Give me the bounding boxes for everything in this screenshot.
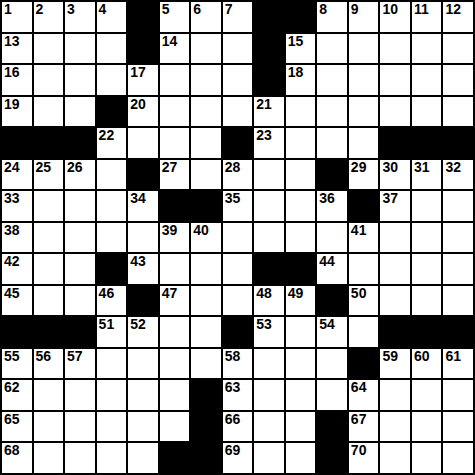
clue-number-64: 64 bbox=[351, 380, 367, 395]
clue-number-40: 40 bbox=[193, 223, 209, 238]
crossword-grid: 1234567891011121314151617181920212223242… bbox=[0, 0, 475, 475]
clue-number-57: 57 bbox=[67, 349, 83, 364]
clue-number-43: 43 bbox=[130, 254, 146, 269]
black-cell-r4c7 bbox=[223, 128, 253, 158]
cell-r8c5[interactable] bbox=[160, 254, 190, 284]
cell-r8c7[interactable] bbox=[223, 254, 253, 284]
cell-r3c9[interactable] bbox=[286, 97, 316, 127]
black-cell-r1c4 bbox=[128, 34, 158, 64]
cell-r12c2[interactable] bbox=[65, 380, 95, 410]
black-cell-r4c14 bbox=[443, 128, 473, 158]
cell-r9c8[interactable]: 48 bbox=[254, 286, 284, 316]
cell-r2c9[interactable]: 18 bbox=[286, 65, 316, 95]
cell-r7c10[interactable] bbox=[317, 223, 347, 253]
clue-number-49: 49 bbox=[288, 286, 304, 301]
cell-r0c5[interactable]: 5 bbox=[160, 2, 190, 32]
clue-number-38: 38 bbox=[4, 223, 20, 238]
black-cell-r4c1 bbox=[34, 128, 64, 158]
cell-r2c1[interactable] bbox=[34, 65, 64, 95]
cell-r11c10[interactable] bbox=[317, 349, 347, 379]
black-cell-r2c8 bbox=[254, 65, 284, 95]
cell-r11c2[interactable]: 57 bbox=[65, 349, 95, 379]
cell-r2c12[interactable] bbox=[380, 65, 410, 95]
clue-number-16: 16 bbox=[4, 65, 20, 80]
clue-number-54: 54 bbox=[319, 317, 335, 332]
black-cell-r12c6 bbox=[191, 380, 221, 410]
cell-r0c12[interactable]: 10 bbox=[380, 2, 410, 32]
cell-r2c13[interactable] bbox=[412, 65, 442, 95]
cell-r5c9[interactable] bbox=[286, 160, 316, 190]
cell-r14c11[interactable]: 70 bbox=[349, 443, 379, 473]
cell-r8c1[interactable] bbox=[34, 254, 64, 284]
cell-r3c12[interactable] bbox=[380, 97, 410, 127]
clue-number-15: 15 bbox=[288, 34, 304, 49]
black-cell-r6c6 bbox=[191, 191, 221, 221]
black-cell-r4c13 bbox=[412, 128, 442, 158]
cell-r1c10[interactable] bbox=[317, 34, 347, 64]
cell-r1c1[interactable] bbox=[34, 34, 64, 64]
clue-number-20: 20 bbox=[130, 97, 146, 112]
clue-number-24: 24 bbox=[4, 160, 20, 175]
cell-r6c8[interactable] bbox=[254, 191, 284, 221]
clue-number-58: 58 bbox=[225, 349, 241, 364]
black-cell-r14c5 bbox=[160, 443, 190, 473]
cell-r10c5[interactable] bbox=[160, 317, 190, 347]
cell-r11c8[interactable] bbox=[254, 349, 284, 379]
clue-number-48: 48 bbox=[256, 286, 272, 301]
cell-r12c0[interactable]: 62 bbox=[2, 380, 32, 410]
cell-r10c10[interactable]: 54 bbox=[317, 317, 347, 347]
clue-number-9: 9 bbox=[351, 2, 359, 17]
cell-r0c14[interactable]: 12 bbox=[443, 2, 473, 32]
cell-r2c11[interactable] bbox=[349, 65, 379, 95]
clue-number-32: 32 bbox=[445, 160, 461, 175]
cell-r1c11[interactable] bbox=[349, 34, 379, 64]
clue-number-59: 59 bbox=[382, 349, 398, 364]
cell-r14c2[interactable] bbox=[65, 443, 95, 473]
cell-r2c4[interactable]: 17 bbox=[128, 65, 158, 95]
cell-r13c12[interactable] bbox=[380, 412, 410, 442]
black-cell-r6c11 bbox=[349, 191, 379, 221]
cell-r11c6[interactable] bbox=[191, 349, 221, 379]
cell-r7c13[interactable] bbox=[412, 223, 442, 253]
clue-number-56: 56 bbox=[36, 349, 52, 364]
cell-r13c11[interactable]: 67 bbox=[349, 412, 379, 442]
cell-r12c9[interactable] bbox=[286, 380, 316, 410]
black-cell-r14c6 bbox=[191, 443, 221, 473]
clue-number-31: 31 bbox=[414, 160, 430, 175]
clue-number-63: 63 bbox=[225, 380, 241, 395]
cell-r6c1[interactable] bbox=[34, 191, 64, 221]
cell-r2c2[interactable] bbox=[65, 65, 95, 95]
cell-r7c6[interactable]: 40 bbox=[191, 223, 221, 253]
cell-r14c3[interactable] bbox=[97, 443, 127, 473]
cell-r8c2[interactable] bbox=[65, 254, 95, 284]
clue-number-23: 23 bbox=[256, 128, 272, 143]
clue-number-11: 11 bbox=[414, 2, 429, 17]
cell-r3c14[interactable] bbox=[443, 97, 473, 127]
clue-number-42: 42 bbox=[4, 254, 20, 269]
cell-r7c8[interactable] bbox=[254, 223, 284, 253]
cell-r1c9[interactable]: 15 bbox=[286, 34, 316, 64]
cell-r3c13[interactable] bbox=[412, 97, 442, 127]
cell-r12c12[interactable] bbox=[380, 380, 410, 410]
cell-r9c3[interactable]: 46 bbox=[97, 286, 127, 316]
cell-r0c6[interactable]: 6 bbox=[191, 2, 221, 32]
cell-r6c14[interactable] bbox=[443, 191, 473, 221]
cell-r11c13[interactable]: 60 bbox=[412, 349, 442, 379]
cell-r2c14[interactable] bbox=[443, 65, 473, 95]
cell-r12c8[interactable] bbox=[254, 380, 284, 410]
cell-r5c13[interactable]: 31 bbox=[412, 160, 442, 190]
cell-r12c10[interactable] bbox=[317, 380, 347, 410]
black-cell-r14c10 bbox=[317, 443, 347, 473]
cell-r12c4[interactable] bbox=[128, 380, 158, 410]
cell-r11c7[interactable]: 58 bbox=[223, 349, 253, 379]
clue-number-22: 22 bbox=[99, 128, 115, 143]
cell-r12c5[interactable] bbox=[160, 380, 190, 410]
clue-number-25: 25 bbox=[36, 160, 52, 175]
cell-r13c0[interactable]: 65 bbox=[2, 412, 32, 442]
cell-r8c13[interactable] bbox=[412, 254, 442, 284]
clue-number-6: 6 bbox=[193, 2, 201, 17]
black-cell-r8c9 bbox=[286, 254, 316, 284]
cell-r14c8[interactable] bbox=[254, 443, 284, 473]
cell-r4c10[interactable] bbox=[317, 128, 347, 158]
cell-r9c1[interactable] bbox=[34, 286, 64, 316]
black-cell-r10c12 bbox=[380, 317, 410, 347]
cell-r8c6[interactable] bbox=[191, 254, 221, 284]
cell-r7c5[interactable]: 39 bbox=[160, 223, 190, 253]
black-cell-r9c10 bbox=[317, 286, 347, 316]
black-cell-r8c3 bbox=[97, 254, 127, 284]
clue-number-7: 7 bbox=[225, 2, 233, 17]
black-cell-r0c9 bbox=[286, 2, 316, 32]
cell-r8c12[interactable] bbox=[380, 254, 410, 284]
cell-r10c11[interactable] bbox=[349, 317, 379, 347]
black-cell-r10c2 bbox=[65, 317, 95, 347]
clue-number-4: 4 bbox=[99, 2, 107, 17]
cell-r11c0[interactable]: 55 bbox=[2, 349, 32, 379]
cell-r6c4[interactable]: 34 bbox=[128, 191, 158, 221]
cell-r8c0[interactable]: 42 bbox=[2, 254, 32, 284]
cell-r14c7[interactable]: 69 bbox=[223, 443, 253, 473]
clue-number-44: 44 bbox=[319, 254, 335, 269]
cell-r4c9[interactable] bbox=[286, 128, 316, 158]
black-cell-r6c5 bbox=[160, 191, 190, 221]
clue-number-18: 18 bbox=[288, 65, 304, 80]
black-cell-r5c10 bbox=[317, 160, 347, 190]
clue-number-27: 27 bbox=[162, 160, 178, 175]
cell-r3c6[interactable] bbox=[191, 97, 221, 127]
cell-r0c2[interactable]: 3 bbox=[65, 2, 95, 32]
black-cell-r9c4 bbox=[128, 286, 158, 316]
clue-number-70: 70 bbox=[351, 443, 367, 458]
cell-r3c7[interactable] bbox=[223, 97, 253, 127]
clue-number-68: 68 bbox=[4, 443, 20, 458]
clue-number-8: 8 bbox=[319, 2, 327, 17]
cell-r1c7[interactable] bbox=[223, 34, 253, 64]
cell-r10c3[interactable]: 51 bbox=[97, 317, 127, 347]
cell-r4c3[interactable]: 22 bbox=[97, 128, 127, 158]
clue-number-62: 62 bbox=[4, 380, 20, 395]
cell-r4c8[interactable]: 23 bbox=[254, 128, 284, 158]
cell-r10c6[interactable] bbox=[191, 317, 221, 347]
cell-r13c4[interactable] bbox=[128, 412, 158, 442]
cell-r5c6[interactable] bbox=[191, 160, 221, 190]
black-cell-r10c13 bbox=[412, 317, 442, 347]
cell-r10c9[interactable] bbox=[286, 317, 316, 347]
cell-r4c4[interactable] bbox=[128, 128, 158, 158]
cell-r12c1[interactable] bbox=[34, 380, 64, 410]
cell-r6c10[interactable]: 36 bbox=[317, 191, 347, 221]
clue-number-47: 47 bbox=[162, 286, 178, 301]
clue-number-61: 61 bbox=[445, 349, 461, 364]
clue-number-67: 67 bbox=[351, 412, 367, 427]
cell-r14c12[interactable] bbox=[380, 443, 410, 473]
cell-r1c14[interactable] bbox=[443, 34, 473, 64]
cell-r11c12[interactable]: 59 bbox=[380, 349, 410, 379]
clue-number-1: 1 bbox=[4, 2, 12, 17]
clue-number-29: 29 bbox=[351, 160, 367, 175]
clue-number-12: 12 bbox=[445, 2, 461, 17]
cell-r11c14[interactable]: 61 bbox=[443, 349, 473, 379]
cell-r7c1[interactable] bbox=[34, 223, 64, 253]
cell-r5c7[interactable]: 28 bbox=[223, 160, 253, 190]
black-cell-r0c4 bbox=[128, 2, 158, 32]
cell-r7c11[interactable]: 41 bbox=[349, 223, 379, 253]
cell-r13c1[interactable] bbox=[34, 412, 64, 442]
black-cell-r4c0 bbox=[2, 128, 32, 158]
clue-number-30: 30 bbox=[382, 160, 398, 175]
cell-r10c8[interactable]: 53 bbox=[254, 317, 284, 347]
cell-r5c1[interactable]: 25 bbox=[34, 160, 64, 190]
cell-r7c7[interactable] bbox=[223, 223, 253, 253]
cell-r3c8[interactable]: 21 bbox=[254, 97, 284, 127]
clue-number-2: 2 bbox=[36, 2, 44, 17]
clue-number-26: 26 bbox=[67, 160, 83, 175]
cell-r9c14[interactable] bbox=[443, 286, 473, 316]
cell-r1c13[interactable] bbox=[412, 34, 442, 64]
cell-r8c11[interactable] bbox=[349, 254, 379, 284]
cell-r7c12[interactable] bbox=[380, 223, 410, 253]
clue-number-65: 65 bbox=[4, 412, 20, 427]
clue-number-41: 41 bbox=[351, 223, 367, 238]
black-cell-r13c6 bbox=[191, 412, 221, 442]
cell-r1c2[interactable] bbox=[65, 34, 95, 64]
cell-r11c1[interactable]: 56 bbox=[34, 349, 64, 379]
cell-r11c9[interactable] bbox=[286, 349, 316, 379]
clue-number-52: 52 bbox=[130, 317, 146, 332]
cell-r3c4[interactable]: 20 bbox=[128, 97, 158, 127]
cell-r6c13[interactable] bbox=[412, 191, 442, 221]
cell-r13c8[interactable] bbox=[254, 412, 284, 442]
clue-number-28: 28 bbox=[225, 160, 241, 175]
cell-r13c9[interactable] bbox=[286, 412, 316, 442]
clue-number-46: 46 bbox=[99, 286, 115, 301]
clue-number-17: 17 bbox=[130, 65, 146, 80]
cell-r5c3[interactable] bbox=[97, 160, 127, 190]
clue-number-36: 36 bbox=[319, 191, 335, 206]
cell-r13c2[interactable] bbox=[65, 412, 95, 442]
clue-number-51: 51 bbox=[99, 317, 115, 332]
black-cell-r1c8 bbox=[254, 34, 284, 64]
cell-r2c3[interactable] bbox=[97, 65, 127, 95]
cell-r8c10[interactable]: 44 bbox=[317, 254, 347, 284]
cell-r13c5[interactable] bbox=[160, 412, 190, 442]
cell-r9c13[interactable] bbox=[412, 286, 442, 316]
cell-r9c6[interactable] bbox=[191, 286, 221, 316]
cell-r11c4[interactable] bbox=[128, 349, 158, 379]
clue-number-21: 21 bbox=[256, 97, 272, 112]
black-cell-r8c8 bbox=[254, 254, 284, 284]
clue-number-33: 33 bbox=[4, 191, 20, 206]
cell-r0c7[interactable]: 7 bbox=[223, 2, 253, 32]
clue-number-10: 10 bbox=[382, 2, 398, 17]
cell-r0c11[interactable]: 9 bbox=[349, 2, 379, 32]
cell-r5c5[interactable]: 27 bbox=[160, 160, 190, 190]
cell-r12c7[interactable]: 63 bbox=[223, 380, 253, 410]
black-cell-r11c11 bbox=[349, 349, 379, 379]
black-cell-r10c1 bbox=[34, 317, 64, 347]
cell-r2c6[interactable] bbox=[191, 65, 221, 95]
black-cell-r10c0 bbox=[2, 317, 32, 347]
cell-r11c3[interactable] bbox=[97, 349, 127, 379]
cell-r5c11[interactable]: 29 bbox=[349, 160, 379, 190]
cell-r5c14[interactable]: 32 bbox=[443, 160, 473, 190]
black-cell-r5c4 bbox=[128, 160, 158, 190]
cell-r4c11[interactable] bbox=[349, 128, 379, 158]
cell-r6c9[interactable] bbox=[286, 191, 316, 221]
cell-r4c5[interactable] bbox=[160, 128, 190, 158]
black-cell-r0c8 bbox=[254, 2, 284, 32]
cell-r2c5[interactable] bbox=[160, 65, 190, 95]
cell-r5c12[interactable]: 30 bbox=[380, 160, 410, 190]
cell-r14c13[interactable] bbox=[412, 443, 442, 473]
cell-r7c14[interactable] bbox=[443, 223, 473, 253]
cell-r4c6[interactable] bbox=[191, 128, 221, 158]
black-cell-r10c14 bbox=[443, 317, 473, 347]
cell-r14c9[interactable] bbox=[286, 443, 316, 473]
clue-number-55: 55 bbox=[4, 349, 20, 364]
cell-r9c5[interactable]: 47 bbox=[160, 286, 190, 316]
cell-r7c2[interactable] bbox=[65, 223, 95, 253]
cell-r5c8[interactable] bbox=[254, 160, 284, 190]
clue-number-66: 66 bbox=[225, 412, 241, 427]
cell-r10c4[interactable]: 52 bbox=[128, 317, 158, 347]
cell-r3c5[interactable] bbox=[160, 97, 190, 127]
cell-r6c0[interactable]: 33 bbox=[2, 191, 32, 221]
clue-number-37: 37 bbox=[382, 191, 398, 206]
cell-r12c3[interactable] bbox=[97, 380, 127, 410]
cell-r12c11[interactable]: 64 bbox=[349, 380, 379, 410]
cell-r1c0[interactable]: 13 bbox=[2, 34, 32, 64]
cell-r1c12[interactable] bbox=[380, 34, 410, 64]
cell-r9c7[interactable] bbox=[223, 286, 253, 316]
cell-r9c0[interactable]: 45 bbox=[2, 286, 32, 316]
clue-number-35: 35 bbox=[225, 191, 241, 206]
cell-r7c0[interactable]: 38 bbox=[2, 223, 32, 253]
cell-r12c13[interactable] bbox=[412, 380, 442, 410]
cell-r9c12[interactable] bbox=[380, 286, 410, 316]
cell-r1c6[interactable] bbox=[191, 34, 221, 64]
cell-r3c1[interactable] bbox=[34, 97, 64, 127]
cell-r8c14[interactable] bbox=[443, 254, 473, 284]
cell-r9c9[interactable]: 49 bbox=[286, 286, 316, 316]
black-cell-r4c2 bbox=[65, 128, 95, 158]
clue-number-53: 53 bbox=[256, 317, 272, 332]
cell-r7c3[interactable] bbox=[97, 223, 127, 253]
cell-r0c13[interactable]: 11 bbox=[412, 2, 442, 32]
clue-number-39: 39 bbox=[162, 223, 178, 238]
cell-r3c2[interactable] bbox=[65, 97, 95, 127]
clue-number-45: 45 bbox=[4, 286, 20, 301]
cell-r9c2[interactable] bbox=[65, 286, 95, 316]
clue-number-13: 13 bbox=[4, 34, 20, 49]
cell-r5c0[interactable]: 24 bbox=[2, 160, 32, 190]
cell-r14c1[interactable] bbox=[34, 443, 64, 473]
cell-r2c7[interactable] bbox=[223, 65, 253, 95]
cell-r8c4[interactable]: 43 bbox=[128, 254, 158, 284]
cell-r2c10[interactable] bbox=[317, 65, 347, 95]
cell-r11c5[interactable] bbox=[160, 349, 190, 379]
clue-number-60: 60 bbox=[414, 349, 430, 364]
black-cell-r13c10 bbox=[317, 412, 347, 442]
cell-r13c3[interactable] bbox=[97, 412, 127, 442]
clue-number-34: 34 bbox=[130, 191, 146, 206]
cell-r13c14[interactable] bbox=[443, 412, 473, 442]
clue-number-19: 19 bbox=[4, 97, 20, 112]
cell-r6c12[interactable]: 37 bbox=[380, 191, 410, 221]
cell-r3c0[interactable]: 19 bbox=[2, 97, 32, 127]
cell-r0c3[interactable]: 4 bbox=[97, 2, 127, 32]
cell-r0c0[interactable]: 1 bbox=[2, 2, 32, 32]
cell-r3c11[interactable] bbox=[349, 97, 379, 127]
black-cell-r4c12 bbox=[380, 128, 410, 158]
clue-number-69: 69 bbox=[225, 443, 241, 458]
black-cell-r3c3 bbox=[97, 97, 127, 127]
black-cell-r10c7 bbox=[223, 317, 253, 347]
cell-r14c4[interactable] bbox=[128, 443, 158, 473]
cell-r0c1[interactable]: 2 bbox=[34, 2, 64, 32]
cell-r0c10[interactable]: 8 bbox=[317, 2, 347, 32]
cell-r3c10[interactable] bbox=[317, 97, 347, 127]
cell-r9c11[interactable]: 50 bbox=[349, 286, 379, 316]
clue-number-3: 3 bbox=[67, 2, 75, 17]
cell-r7c4[interactable] bbox=[128, 223, 158, 253]
cell-r7c9[interactable] bbox=[286, 223, 316, 253]
cell-r14c0[interactable]: 68 bbox=[2, 443, 32, 473]
cell-r5c2[interactable]: 26 bbox=[65, 160, 95, 190]
cell-r6c3[interactable] bbox=[97, 191, 127, 221]
cell-r6c7[interactable]: 35 bbox=[223, 191, 253, 221]
cell-r6c2[interactable] bbox=[65, 191, 95, 221]
cell-r13c7[interactable]: 66 bbox=[223, 412, 253, 442]
clue-number-14: 14 bbox=[162, 34, 178, 49]
cell-r12c14[interactable] bbox=[443, 380, 473, 410]
cell-r13c13[interactable] bbox=[412, 412, 442, 442]
cell-r14c14[interactable] bbox=[443, 443, 473, 473]
cell-r1c3[interactable] bbox=[97, 34, 127, 64]
cell-r1c5[interactable]: 14 bbox=[160, 34, 190, 64]
cell-r2c0[interactable]: 16 bbox=[2, 65, 32, 95]
clue-number-5: 5 bbox=[162, 2, 170, 17]
clue-number-50: 50 bbox=[351, 286, 367, 301]
